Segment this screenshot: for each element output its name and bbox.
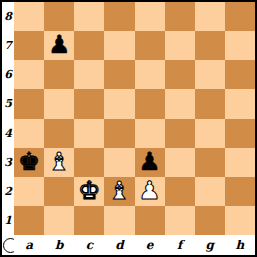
- square-b4[interactable]: [44, 119, 74, 148]
- rank-label-4: 4: [2, 119, 14, 148]
- square-e8[interactable]: [135, 2, 165, 31]
- square-g1[interactable]: [195, 206, 225, 235]
- square-b2[interactable]: [44, 177, 74, 206]
- square-f8[interactable]: [165, 2, 195, 31]
- rank-label-5: 5: [2, 89, 14, 118]
- square-d1[interactable]: [104, 206, 134, 235]
- square-h7[interactable]: [225, 31, 255, 60]
- square-e6[interactable]: [135, 60, 165, 89]
- square-a8[interactable]: [14, 2, 44, 31]
- square-c7[interactable]: [74, 31, 104, 60]
- square-h4[interactable]: [225, 119, 255, 148]
- square-g8[interactable]: [195, 2, 225, 31]
- square-h3[interactable]: [225, 148, 255, 177]
- square-e2[interactable]: ♟: [135, 177, 165, 206]
- square-a2[interactable]: [14, 177, 44, 206]
- white-pawn[interactable]: ♟: [138, 178, 160, 203]
- square-f3[interactable]: [165, 148, 195, 177]
- square-b1[interactable]: [44, 206, 74, 235]
- square-f2[interactable]: [165, 177, 195, 206]
- square-d2[interactable]: ♝: [104, 177, 134, 206]
- rank-label-2: 2: [2, 177, 14, 206]
- square-b7[interactable]: ♟: [44, 31, 74, 60]
- square-e5[interactable]: [135, 89, 165, 118]
- square-c4[interactable]: [74, 119, 104, 148]
- square-e7[interactable]: [135, 31, 165, 60]
- square-d8[interactable]: [104, 2, 134, 31]
- square-h8[interactable]: [225, 2, 255, 31]
- square-h1[interactable]: [225, 206, 255, 235]
- rank-label-7: 7: [2, 31, 14, 60]
- square-a5[interactable]: [14, 89, 44, 118]
- file-label-a: a: [14, 235, 44, 255]
- square-c1[interactable]: [74, 206, 104, 235]
- square-f4[interactable]: [165, 119, 195, 148]
- chess-board: 87♟6543♚♝♟2♚♝♟1abcdefgh: [0, 0, 257, 257]
- square-a4[interactable]: [14, 119, 44, 148]
- square-h2[interactable]: [225, 177, 255, 206]
- square-b8[interactable]: [44, 2, 74, 31]
- bottom-left-corner: [2, 235, 14, 255]
- white-king[interactable]: ♚: [78, 178, 100, 203]
- white-bishop[interactable]: ♝: [108, 178, 130, 203]
- square-d4[interactable]: [104, 119, 134, 148]
- square-b3[interactable]: ♝: [44, 148, 74, 177]
- rank-label-8: 8: [2, 2, 14, 31]
- square-e1[interactable]: [135, 206, 165, 235]
- file-label-g: g: [195, 235, 225, 255]
- square-b6[interactable]: [44, 60, 74, 89]
- file-label-e: e: [135, 235, 165, 255]
- file-label-c: c: [74, 235, 104, 255]
- file-label-d: d: [104, 235, 134, 255]
- square-a6[interactable]: [14, 60, 44, 89]
- square-f1[interactable]: [165, 206, 195, 235]
- square-e3[interactable]: ♟: [135, 148, 165, 177]
- square-d7[interactable]: [104, 31, 134, 60]
- square-h5[interactable]: [225, 89, 255, 118]
- rank-label-3: 3: [2, 148, 14, 177]
- square-d3[interactable]: [104, 148, 134, 177]
- square-d6[interactable]: [104, 60, 134, 89]
- square-c8[interactable]: [74, 2, 104, 31]
- square-g2[interactable]: [195, 177, 225, 206]
- white-bishop[interactable]: ♝: [48, 149, 70, 174]
- square-d5[interactable]: [104, 89, 134, 118]
- square-f6[interactable]: [165, 60, 195, 89]
- square-c5[interactable]: [74, 89, 104, 118]
- square-c2[interactable]: ♚: [74, 177, 104, 206]
- square-h6[interactable]: [225, 60, 255, 89]
- square-c6[interactable]: [74, 60, 104, 89]
- rank-label-1: 1: [2, 206, 14, 235]
- square-f7[interactable]: [165, 31, 195, 60]
- square-e4[interactable]: [135, 119, 165, 148]
- square-g6[interactable]: [195, 60, 225, 89]
- square-g4[interactable]: [195, 119, 225, 148]
- square-a3[interactable]: ♚: [14, 148, 44, 177]
- black-pawn[interactable]: ♟: [48, 32, 70, 57]
- square-g5[interactable]: [195, 89, 225, 118]
- square-c3[interactable]: [74, 148, 104, 177]
- square-f5[interactable]: [165, 89, 195, 118]
- file-label-h: h: [225, 235, 255, 255]
- black-king[interactable]: ♚: [18, 149, 40, 174]
- square-b5[interactable]: [44, 89, 74, 118]
- square-g3[interactable]: [195, 148, 225, 177]
- file-label-f: f: [165, 235, 195, 255]
- square-a1[interactable]: [14, 206, 44, 235]
- rank-label-6: 6: [2, 60, 14, 89]
- square-g7[interactable]: [195, 31, 225, 60]
- file-label-b: b: [44, 235, 74, 255]
- black-pawn[interactable]: ♟: [138, 149, 160, 174]
- square-a7[interactable]: [14, 31, 44, 60]
